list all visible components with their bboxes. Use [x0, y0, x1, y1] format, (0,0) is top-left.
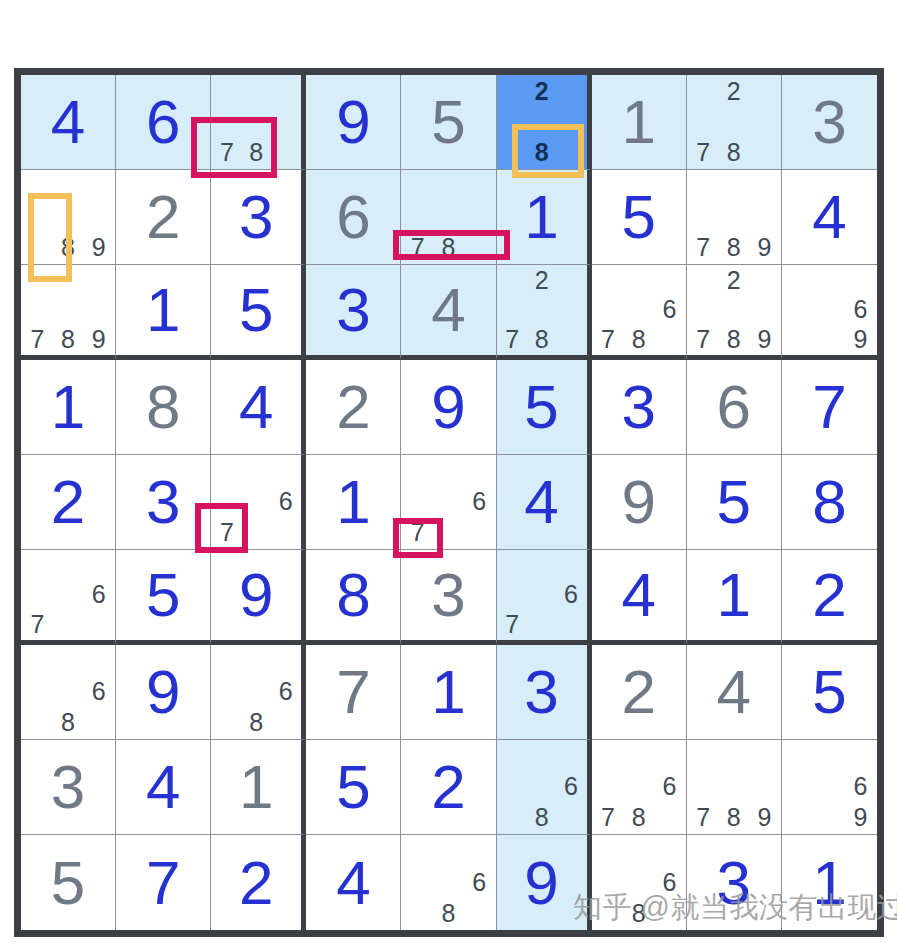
entered-digit: 1: [524, 186, 558, 248]
cell-r7c9[interactable]: 5: [782, 645, 877, 740]
cell-r9c1[interactable]: 5: [21, 835, 116, 930]
entered-digit: 2: [431, 756, 465, 818]
pencil-marks: 78: [402, 171, 494, 263]
given-digit: 7: [336, 661, 370, 723]
pencil-6: 6: [654, 772, 685, 803]
pencil-8: 8: [718, 137, 749, 168]
cell-r5c9[interactable]: 8: [782, 455, 877, 550]
cell-r3c9[interactable]: 69: [782, 265, 877, 360]
pencil-marks: 789: [688, 741, 780, 833]
cell-r8c6[interactable]: 68: [497, 740, 592, 835]
cell-r2c5[interactable]: 78: [401, 170, 496, 265]
entered-digit: 8: [336, 564, 370, 626]
pencil-9: 9: [845, 802, 876, 833]
entered-digit: 5: [621, 186, 655, 248]
cell-r8c4[interactable]: 5: [306, 740, 401, 835]
cell-r2c6[interactable]: 1: [497, 170, 592, 265]
cell-r9c8[interactable]: 3: [687, 835, 782, 930]
cell-r4c9[interactable]: 7: [782, 360, 877, 455]
cell-r7c5[interactable]: 1: [401, 645, 496, 740]
entered-digit: 7: [146, 852, 180, 914]
pencil-marks: 68: [498, 741, 586, 833]
given-digit: 8: [146, 376, 180, 438]
entered-digit: 9: [146, 661, 180, 723]
entered-digit: 9: [239, 564, 273, 626]
pencil-6: 6: [271, 677, 300, 708]
pencil-marks: 67: [498, 551, 586, 639]
cell-r4c4[interactable]: 2: [306, 360, 401, 455]
cell-r7c6[interactable]: 3: [497, 645, 592, 740]
cell-r4c7[interactable]: 3: [592, 360, 687, 455]
given-digit: 4: [717, 661, 751, 723]
entered-digit: 5: [812, 661, 846, 723]
entered-digit: 7: [812, 376, 846, 438]
pencil-marks: 678: [593, 266, 685, 354]
cell-r3c5[interactable]: 4: [401, 265, 496, 360]
entered-digit: 3: [717, 852, 751, 914]
entered-digit: 5: [717, 471, 751, 533]
cell-r8c5[interactable]: 2: [401, 740, 496, 835]
pencil-6: 6: [556, 772, 585, 803]
cell-r6c9[interactable]: 2: [782, 550, 877, 645]
pencil-8: 8: [53, 325, 84, 354]
cell-r1c9[interactable]: 3: [782, 75, 877, 170]
pencil-8: 8: [53, 707, 84, 738]
pencil-marks: 68: [402, 836, 494, 929]
cell-r1c8[interactable]: 278: [687, 75, 782, 170]
pencil-2: 2: [718, 76, 749, 107]
pencil-6: 6: [271, 487, 300, 518]
cell-r6c4[interactable]: 8: [306, 550, 401, 645]
pencil-7: 7: [688, 802, 719, 833]
pencil-marks: 789: [688, 171, 780, 263]
pencil-6: 6: [464, 487, 495, 518]
given-digit: 2: [336, 376, 370, 438]
pencil-7: 7: [498, 610, 527, 639]
sudoku-app: 4678952812783892367815789478915342786782…: [0, 0, 897, 943]
cell-r5c4[interactable]: 1: [306, 455, 401, 550]
cell-r4c5[interactable]: 9: [401, 360, 496, 455]
pencil-7: 7: [212, 137, 241, 168]
pencil-2: 2: [527, 266, 556, 295]
cell-r3c3[interactable]: 5: [211, 265, 306, 360]
pencil-6: 6: [464, 867, 495, 898]
cell-r1c6[interactable]: 28: [497, 75, 592, 170]
pencil-marks: 78: [212, 76, 300, 168]
entered-digit: 4: [336, 852, 370, 914]
cell-r5c1[interactable]: 2: [21, 455, 116, 550]
cell-r8c9[interactable]: 69: [782, 740, 877, 835]
pencil-marks: 89: [22, 171, 114, 263]
pencil-marks: 28: [498, 76, 586, 168]
cell-r5c3[interactable]: 67: [211, 455, 306, 550]
cell-r2c2[interactable]: 2: [116, 170, 211, 265]
cell-r1c7[interactable]: 1: [592, 75, 687, 170]
given-digit: 1: [239, 756, 273, 818]
pencil-8: 8: [623, 898, 654, 929]
pencil-6: 6: [83, 580, 114, 609]
pencil-marks: 67: [402, 456, 494, 548]
entered-digit: 1: [336, 471, 370, 533]
cell-r1c5[interactable]: 5: [401, 75, 496, 170]
pencil-2: 2: [527, 76, 556, 107]
cell-r4c1[interactable]: 1: [21, 360, 116, 455]
cell-r3c4[interactable]: 3: [306, 265, 401, 360]
entered-digit: 9: [431, 376, 465, 438]
entered-digit: 2: [51, 471, 85, 533]
pencil-9: 9: [749, 232, 780, 263]
cell-r2c7[interactable]: 5: [592, 170, 687, 265]
pencil-marks: 67: [212, 456, 300, 548]
given-digit: 6: [717, 376, 751, 438]
pencil-6: 6: [654, 867, 685, 898]
entered-digit: 5: [239, 279, 273, 341]
pencil-8: 8: [433, 898, 464, 929]
pencil-marks: 69: [783, 266, 876, 354]
entered-digit: 6: [146, 91, 180, 153]
cell-r3c7[interactable]: 678: [592, 265, 687, 360]
cell-r9c7[interactable]: 68: [592, 835, 687, 930]
cell-r2c3[interactable]: 3: [211, 170, 306, 265]
entered-digit: 4: [51, 91, 85, 153]
entered-digit: 1: [812, 852, 846, 914]
pencil-marks: 68: [22, 646, 114, 738]
cell-r6c6[interactable]: 67: [497, 550, 592, 645]
pencil-marks: 68: [212, 646, 300, 738]
cell-r3c6[interactable]: 278: [497, 265, 592, 360]
given-digit: 1: [621, 91, 655, 153]
cell-r8c8[interactable]: 789: [687, 740, 782, 835]
cell-r6c1[interactable]: 67: [21, 550, 116, 645]
pencil-7: 7: [688, 325, 719, 354]
cell-r7c4[interactable]: 7: [306, 645, 401, 740]
entered-digit: 1: [431, 661, 465, 723]
cell-r5c8[interactable]: 5: [687, 455, 782, 550]
cell-r8c1[interactable]: 3: [21, 740, 116, 835]
cell-r2c1[interactable]: 89: [21, 170, 116, 265]
cell-r4c2[interactable]: 8: [116, 360, 211, 455]
entered-digit: 4: [621, 564, 655, 626]
cell-r6c8[interactable]: 1: [687, 550, 782, 645]
cell-r1c2[interactable]: 6: [116, 75, 211, 170]
entered-digit: 9: [336, 91, 370, 153]
cell-r9c2[interactable]: 7: [116, 835, 211, 930]
pencil-6: 6: [845, 295, 876, 324]
pencil-8: 8: [527, 325, 556, 354]
given-digit: 6: [336, 186, 370, 248]
cell-r1c1[interactable]: 4: [21, 75, 116, 170]
cell-r3c1[interactable]: 789: [21, 265, 116, 360]
pencil-7: 7: [402, 232, 433, 263]
sudoku-grid: 4678952812783892367815789478915342786782…: [14, 68, 884, 937]
entered-digit: 1: [146, 279, 180, 341]
pencil-8: 8: [242, 137, 271, 168]
cell-r8c3[interactable]: 1: [211, 740, 306, 835]
cell-r2c8[interactable]: 789: [687, 170, 782, 265]
cell-r5c2[interactable]: 3: [116, 455, 211, 550]
cell-r6c3[interactable]: 9: [211, 550, 306, 645]
pencil-marks: 278: [688, 76, 780, 168]
cell-r9c4[interactable]: 4: [306, 835, 401, 930]
entered-digit: 3: [336, 279, 370, 341]
entered-digit: 1: [717, 564, 751, 626]
cell-r6c2[interactable]: 5: [116, 550, 211, 645]
cell-r2c4[interactable]: 6: [306, 170, 401, 265]
pencil-8: 8: [718, 802, 749, 833]
cell-r6c5[interactable]: 3: [401, 550, 496, 645]
given-digit: 3: [812, 91, 846, 153]
cell-r9c9[interactable]: 1: [782, 835, 877, 930]
pencil-9: 9: [749, 802, 780, 833]
pencil-2: 2: [718, 266, 749, 295]
pencil-6: 6: [556, 580, 585, 609]
entered-digit: 3: [621, 376, 655, 438]
entered-digit: 5: [336, 756, 370, 818]
cell-r7c1[interactable]: 68: [21, 645, 116, 740]
pencil-marks: 67: [22, 551, 114, 639]
pencil-8: 8: [623, 802, 654, 833]
pencil-7: 7: [498, 325, 527, 354]
cell-r3c2[interactable]: 1: [116, 265, 211, 360]
cell-r4c6[interactable]: 5: [497, 360, 592, 455]
cell-r6c7[interactable]: 4: [592, 550, 687, 645]
entered-digit: 8: [812, 471, 846, 533]
pencil-marks: 678: [593, 741, 685, 833]
given-digit: 3: [431, 564, 465, 626]
sudoku-board: 4678952812783892367815789478915342786782…: [14, 68, 884, 937]
cell-r7c7[interactable]: 2: [592, 645, 687, 740]
pencil-9: 9: [749, 325, 780, 354]
cell-r7c8[interactable]: 4: [687, 645, 782, 740]
given-digit: 4: [431, 279, 465, 341]
pencil-marks: 69: [783, 741, 876, 833]
entered-digit: 4: [146, 756, 180, 818]
pencil-8: 8: [242, 707, 271, 738]
entered-digit: 3: [239, 186, 273, 248]
pencil-7: 7: [593, 325, 624, 354]
cell-r5c6[interactable]: 4: [497, 455, 592, 550]
given-digit: 2: [146, 186, 180, 248]
pencil-8: 8: [53, 232, 84, 263]
entered-digit: 9: [524, 852, 558, 914]
pencil-8: 8: [527, 802, 556, 833]
pencil-9: 9: [83, 232, 114, 263]
pencil-7: 7: [212, 517, 241, 548]
given-digit: 2: [621, 661, 655, 723]
entered-digit: 4: [239, 376, 273, 438]
given-digit: 5: [51, 852, 85, 914]
pencil-8: 8: [623, 325, 654, 354]
entered-digit: 2: [239, 852, 273, 914]
pencil-8: 8: [718, 325, 749, 354]
cell-r9c5[interactable]: 68: [401, 835, 496, 930]
cell-r9c3[interactable]: 2: [211, 835, 306, 930]
entered-digit: 3: [524, 661, 558, 723]
cell-r5c7[interactable]: 9: [592, 455, 687, 550]
cell-r1c3[interactable]: 78: [211, 75, 306, 170]
pencil-7: 7: [22, 610, 53, 639]
pencil-8: 8: [527, 137, 556, 168]
cell-r7c2[interactable]: 9: [116, 645, 211, 740]
pencil-7: 7: [688, 137, 719, 168]
cell-r4c3[interactable]: 4: [211, 360, 306, 455]
pencil-6: 6: [654, 295, 685, 324]
cell-r3c8[interactable]: 2789: [687, 265, 782, 360]
entered-digit: 4: [524, 471, 558, 533]
pencil-7: 7: [402, 517, 433, 548]
pencil-9: 9: [83, 325, 114, 354]
given-digit: 9: [621, 471, 655, 533]
pencil-7: 7: [22, 325, 53, 354]
entered-digit: 5: [146, 564, 180, 626]
entered-digit: 3: [146, 471, 180, 533]
entered-digit: 4: [812, 186, 846, 248]
cell-r5c5[interactable]: 67: [401, 455, 496, 550]
pencil-marks: 278: [498, 266, 586, 354]
pencil-6: 6: [845, 772, 876, 803]
cell-r8c2[interactable]: 4: [116, 740, 211, 835]
entered-digit: 5: [524, 376, 558, 438]
pencil-8: 8: [433, 232, 464, 263]
entered-digit: 2: [812, 564, 846, 626]
entered-digit: 1: [51, 376, 85, 438]
pencil-8: 8: [718, 232, 749, 263]
pencil-marks: 2789: [688, 266, 780, 354]
cell-r2c9[interactable]: 4: [782, 170, 877, 265]
pencil-7: 7: [593, 802, 624, 833]
cell-r4c8[interactable]: 6: [687, 360, 782, 455]
cell-r7c3[interactable]: 68: [211, 645, 306, 740]
pencil-7: 7: [688, 232, 719, 263]
pencil-9: 9: [845, 325, 876, 354]
pencil-marks: 789: [22, 266, 114, 354]
pencil-6: 6: [83, 677, 114, 708]
cell-r9c6[interactable]: 9: [497, 835, 592, 930]
given-digit: 5: [431, 91, 465, 153]
given-digit: 3: [51, 756, 85, 818]
cell-r1c4[interactable]: 9: [306, 75, 401, 170]
cell-r8c7[interactable]: 678: [592, 740, 687, 835]
pencil-marks: 68: [593, 836, 685, 929]
